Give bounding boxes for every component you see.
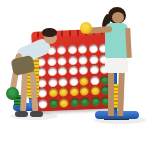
- empty-hole[interactable]: [89, 65, 98, 74]
- empty-hole[interactable]: [67, 45, 76, 54]
- yellow-disc[interactable]: [59, 98, 68, 107]
- yellow-disc[interactable]: [69, 87, 78, 96]
- empty-hole[interactable]: [90, 76, 99, 85]
- empty-hole[interactable]: [88, 44, 97, 53]
- boy-shoe: [30, 111, 43, 117]
- girl-leg: [108, 72, 114, 116]
- yellow-disc[interactable]: [80, 87, 89, 96]
- empty-hole[interactable]: [68, 55, 77, 64]
- empty-hole[interactable]: [69, 77, 78, 86]
- empty-hole[interactable]: [58, 77, 67, 86]
- yellow-disc[interactable]: [90, 86, 99, 95]
- empty-hole[interactable]: [57, 56, 66, 65]
- empty-hole[interactable]: [78, 55, 87, 64]
- empty-hole[interactable]: [57, 45, 66, 54]
- girl-head: [112, 12, 124, 23]
- empty-hole[interactable]: [48, 77, 57, 86]
- yellow-disc[interactable]: [59, 88, 68, 97]
- yellow-disc[interactable]: [79, 76, 88, 85]
- empty-hole[interactable]: [38, 89, 47, 98]
- empty-hole[interactable]: [68, 66, 77, 75]
- green-disc[interactable]: [91, 97, 100, 106]
- empty-hole[interactable]: [79, 66, 88, 75]
- empty-hole[interactable]: [47, 56, 56, 65]
- empty-hole[interactable]: [89, 55, 98, 64]
- empty-hole[interactable]: [78, 44, 87, 53]
- green-disc[interactable]: [49, 99, 58, 108]
- green-disc-in-boy-hand[interactable]: [6, 87, 19, 100]
- yellow-disc[interactable]: [48, 88, 57, 97]
- girl-shorts: [105, 58, 128, 73]
- empty-hole[interactable]: [47, 67, 56, 76]
- girl-arm: [125, 28, 132, 58]
- boy-shoe: [15, 111, 28, 117]
- yellow-disc-in-girl-hand[interactable]: [80, 22, 92, 34]
- scene: [0, 0, 150, 150]
- green-disc[interactable]: [80, 97, 89, 106]
- empty-hole[interactable]: [38, 99, 47, 108]
- green-disc[interactable]: [70, 98, 79, 107]
- boy-hair: [42, 28, 57, 37]
- girl-leg: [117, 72, 125, 116]
- empty-hole[interactable]: [58, 66, 67, 75]
